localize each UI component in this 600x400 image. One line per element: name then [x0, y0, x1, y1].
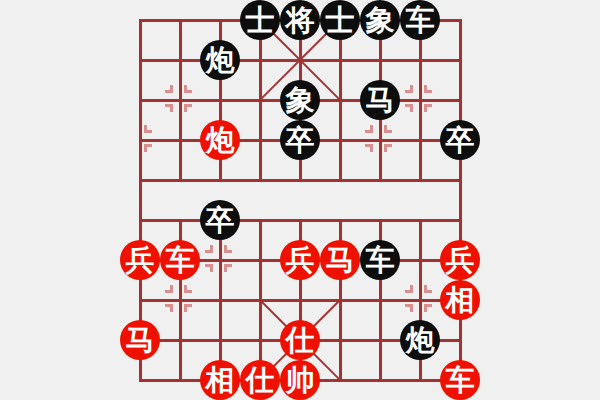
position-marker	[424, 304, 432, 312]
position-marker	[144, 125, 152, 133]
piece-red-pawn[interactable]: 兵	[440, 240, 480, 280]
piece-red-elephant[interactable]: 相	[200, 360, 240, 400]
piece-black-elephant[interactable]: 象	[360, 0, 400, 40]
piece-red-horse[interactable]: 马	[320, 240, 360, 280]
position-marker	[405, 104, 413, 112]
piece-red-advisor[interactable]: 仕	[280, 320, 320, 360]
piece-black-chariot[interactable]: 车	[400, 0, 440, 40]
position-marker	[384, 144, 392, 152]
position-marker	[405, 285, 413, 293]
position-marker	[424, 85, 432, 93]
position-marker	[165, 304, 173, 312]
piece-red-chariot[interactable]: 车	[440, 360, 480, 400]
position-marker	[184, 285, 192, 293]
position-marker	[424, 285, 432, 293]
position-marker	[144, 144, 152, 152]
position-marker	[365, 144, 373, 152]
grid-vline	[219, 219, 222, 382]
xiangqi-screenshot: 士将士象车炮象马炮卒卒卒兵车兵马车兵相马仕炮相仕帅车	[0, 0, 600, 400]
piece-black-pawn[interactable]: 卒	[200, 200, 240, 240]
grid-vline	[459, 19, 462, 382]
piece-red-advisor[interactable]: 仕	[240, 360, 280, 400]
piece-red-pawn[interactable]: 兵	[120, 240, 160, 280]
position-marker	[165, 285, 173, 293]
position-marker	[205, 264, 213, 272]
position-marker	[224, 264, 232, 272]
piece-red-pawn[interactable]: 兵	[280, 240, 320, 280]
position-marker	[165, 104, 173, 112]
position-marker	[165, 85, 173, 93]
piece-red-chariot[interactable]: 车	[160, 240, 200, 280]
grid-vline	[419, 19, 422, 182]
piece-black-elephant[interactable]: 象	[280, 80, 320, 120]
position-marker	[365, 125, 373, 133]
piece-black-cannon[interactable]: 炮	[400, 320, 440, 360]
piece-black-king[interactable]: 将	[280, 0, 320, 40]
position-marker	[184, 304, 192, 312]
position-marker	[405, 304, 413, 312]
position-marker	[205, 245, 213, 253]
piece-black-pawn[interactable]: 卒	[280, 120, 320, 160]
position-marker	[424, 104, 432, 112]
position-marker	[224, 245, 232, 253]
piece-red-elephant[interactable]: 相	[440, 280, 480, 320]
piece-black-advisor[interactable]: 士	[240, 0, 280, 40]
piece-red-horse[interactable]: 马	[120, 320, 160, 360]
piece-black-pawn[interactable]: 卒	[440, 120, 480, 160]
xiangqi-board[interactable]: 士将士象车炮象马炮卒卒卒兵车兵马车兵相马仕炮相仕帅车	[140, 20, 460, 380]
piece-red-cannon[interactable]: 炮	[200, 120, 240, 160]
piece-black-horse[interactable]: 马	[360, 80, 400, 120]
piece-black-advisor[interactable]: 士	[320, 0, 360, 40]
piece-black-chariot[interactable]: 车	[360, 240, 400, 280]
piece-black-cannon[interactable]: 炮	[200, 40, 240, 80]
position-marker	[405, 85, 413, 93]
grid-vline	[179, 19, 182, 182]
piece-red-king[interactable]: 帅	[280, 360, 320, 400]
position-marker	[384, 125, 392, 133]
position-marker	[184, 85, 192, 93]
position-marker	[184, 104, 192, 112]
